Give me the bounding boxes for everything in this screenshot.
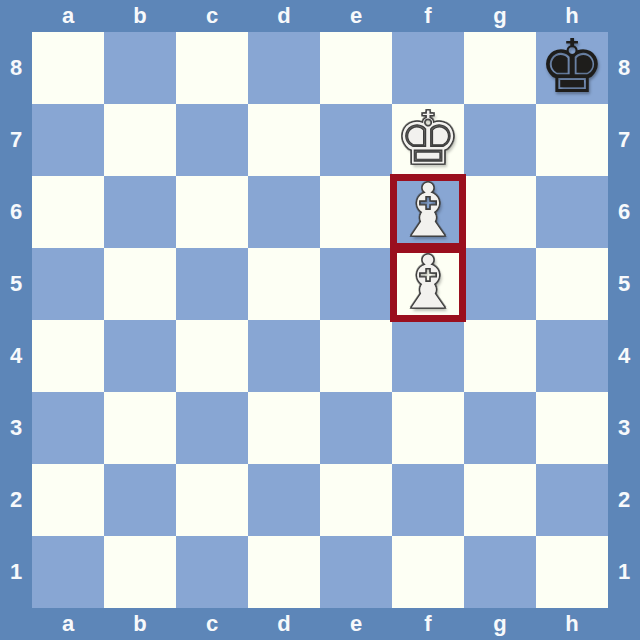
rank-label-6-left: 6 [0,176,32,248]
square-c2[interactable] [176,464,248,536]
square-b3[interactable] [104,392,176,464]
square-a8[interactable] [32,32,104,104]
square-e4[interactable] [320,320,392,392]
square-a7[interactable] [32,104,104,176]
chess-board: abcdefgh8♚87♚76♝65♝544332211abcdefgh [0,0,640,640]
square-c4[interactable] [176,320,248,392]
rank-label-2-left: 2 [0,464,32,536]
rank-label-3-left: 3 [0,392,32,464]
file-label-d-bottom: d [248,608,320,640]
rank-label-4-left: 4 [0,320,32,392]
square-d2[interactable] [248,464,320,536]
square-d5[interactable] [248,248,320,320]
rank-label-8-left: 8 [0,32,32,104]
square-a4[interactable] [32,320,104,392]
square-d6[interactable] [248,176,320,248]
file-label-h-bottom: h [536,608,608,640]
rank-label-6-right: 6 [608,176,640,248]
square-g1[interactable] [464,536,536,608]
square-c6[interactable] [176,176,248,248]
file-label-a-bottom: a [32,608,104,640]
square-g6[interactable] [464,176,536,248]
square-c3[interactable] [176,392,248,464]
board-frame-corner [0,608,32,640]
square-b5[interactable] [104,248,176,320]
rank-label-4-right: 4 [608,320,640,392]
board-frame-corner [608,608,640,640]
file-label-a-top: a [32,0,104,32]
square-e3[interactable] [320,392,392,464]
square-a2[interactable] [32,464,104,536]
square-g3[interactable] [464,392,536,464]
board-frame-corner [608,0,640,32]
square-h7[interactable] [536,104,608,176]
square-b4[interactable] [104,320,176,392]
piece-white-bishop[interactable]: ♝ [395,173,461,247]
square-a5[interactable] [32,248,104,320]
square-e8[interactable] [320,32,392,104]
board-frame-corner [0,0,32,32]
square-b8[interactable] [104,32,176,104]
square-g7[interactable] [464,104,536,176]
square-d3[interactable] [248,392,320,464]
rank-label-2-right: 2 [608,464,640,536]
square-f7[interactable]: ♚ [392,104,464,176]
square-f4[interactable] [392,320,464,392]
rank-label-5-left: 5 [0,248,32,320]
square-c5[interactable] [176,248,248,320]
square-d8[interactable] [248,32,320,104]
square-d7[interactable] [248,104,320,176]
square-d1[interactable] [248,536,320,608]
rank-label-1-right: 1 [608,536,640,608]
file-label-g-bottom: g [464,608,536,640]
piece-white-king[interactable]: ♚ [395,101,461,175]
file-label-f-bottom: f [392,608,464,640]
file-label-c-top: c [176,0,248,32]
square-e7[interactable] [320,104,392,176]
square-h2[interactable] [536,464,608,536]
file-label-d-top: d [248,0,320,32]
square-g4[interactable] [464,320,536,392]
square-a1[interactable] [32,536,104,608]
square-h6[interactable] [536,176,608,248]
rank-label-7-left: 7 [0,104,32,176]
square-h3[interactable] [536,392,608,464]
file-label-b-top: b [104,0,176,32]
square-b7[interactable] [104,104,176,176]
rank-label-8-right: 8 [608,32,640,104]
rank-label-7-right: 7 [608,104,640,176]
file-label-c-bottom: c [176,608,248,640]
square-d4[interactable] [248,320,320,392]
file-label-f-top: f [392,0,464,32]
square-f3[interactable] [392,392,464,464]
square-a6[interactable] [32,176,104,248]
square-h5[interactable] [536,248,608,320]
rank-label-1-left: 1 [0,536,32,608]
file-label-e-top: e [320,0,392,32]
square-f1[interactable] [392,536,464,608]
square-g2[interactable] [464,464,536,536]
square-h1[interactable] [536,536,608,608]
file-label-e-bottom: e [320,608,392,640]
square-c8[interactable] [176,32,248,104]
square-b2[interactable] [104,464,176,536]
square-f5[interactable]: ♝ [392,248,464,320]
square-a3[interactable] [32,392,104,464]
piece-black-king[interactable]: ♚ [539,29,605,103]
square-c1[interactable] [176,536,248,608]
square-e5[interactable] [320,248,392,320]
square-b6[interactable] [104,176,176,248]
square-h8[interactable]: ♚ [536,32,608,104]
square-g5[interactable] [464,248,536,320]
square-f2[interactable] [392,464,464,536]
square-g8[interactable] [464,32,536,104]
square-c7[interactable] [176,104,248,176]
square-e1[interactable] [320,536,392,608]
square-f8[interactable] [392,32,464,104]
rank-label-3-right: 3 [608,392,640,464]
rank-label-5-right: 5 [608,248,640,320]
file-label-b-bottom: b [104,608,176,640]
square-h4[interactable] [536,320,608,392]
square-e6[interactable] [320,176,392,248]
piece-white-bishop[interactable]: ♝ [395,245,461,319]
square-e2[interactable] [320,464,392,536]
file-label-g-top: g [464,0,536,32]
square-b1[interactable] [104,536,176,608]
square-f6[interactable]: ♝ [392,176,464,248]
